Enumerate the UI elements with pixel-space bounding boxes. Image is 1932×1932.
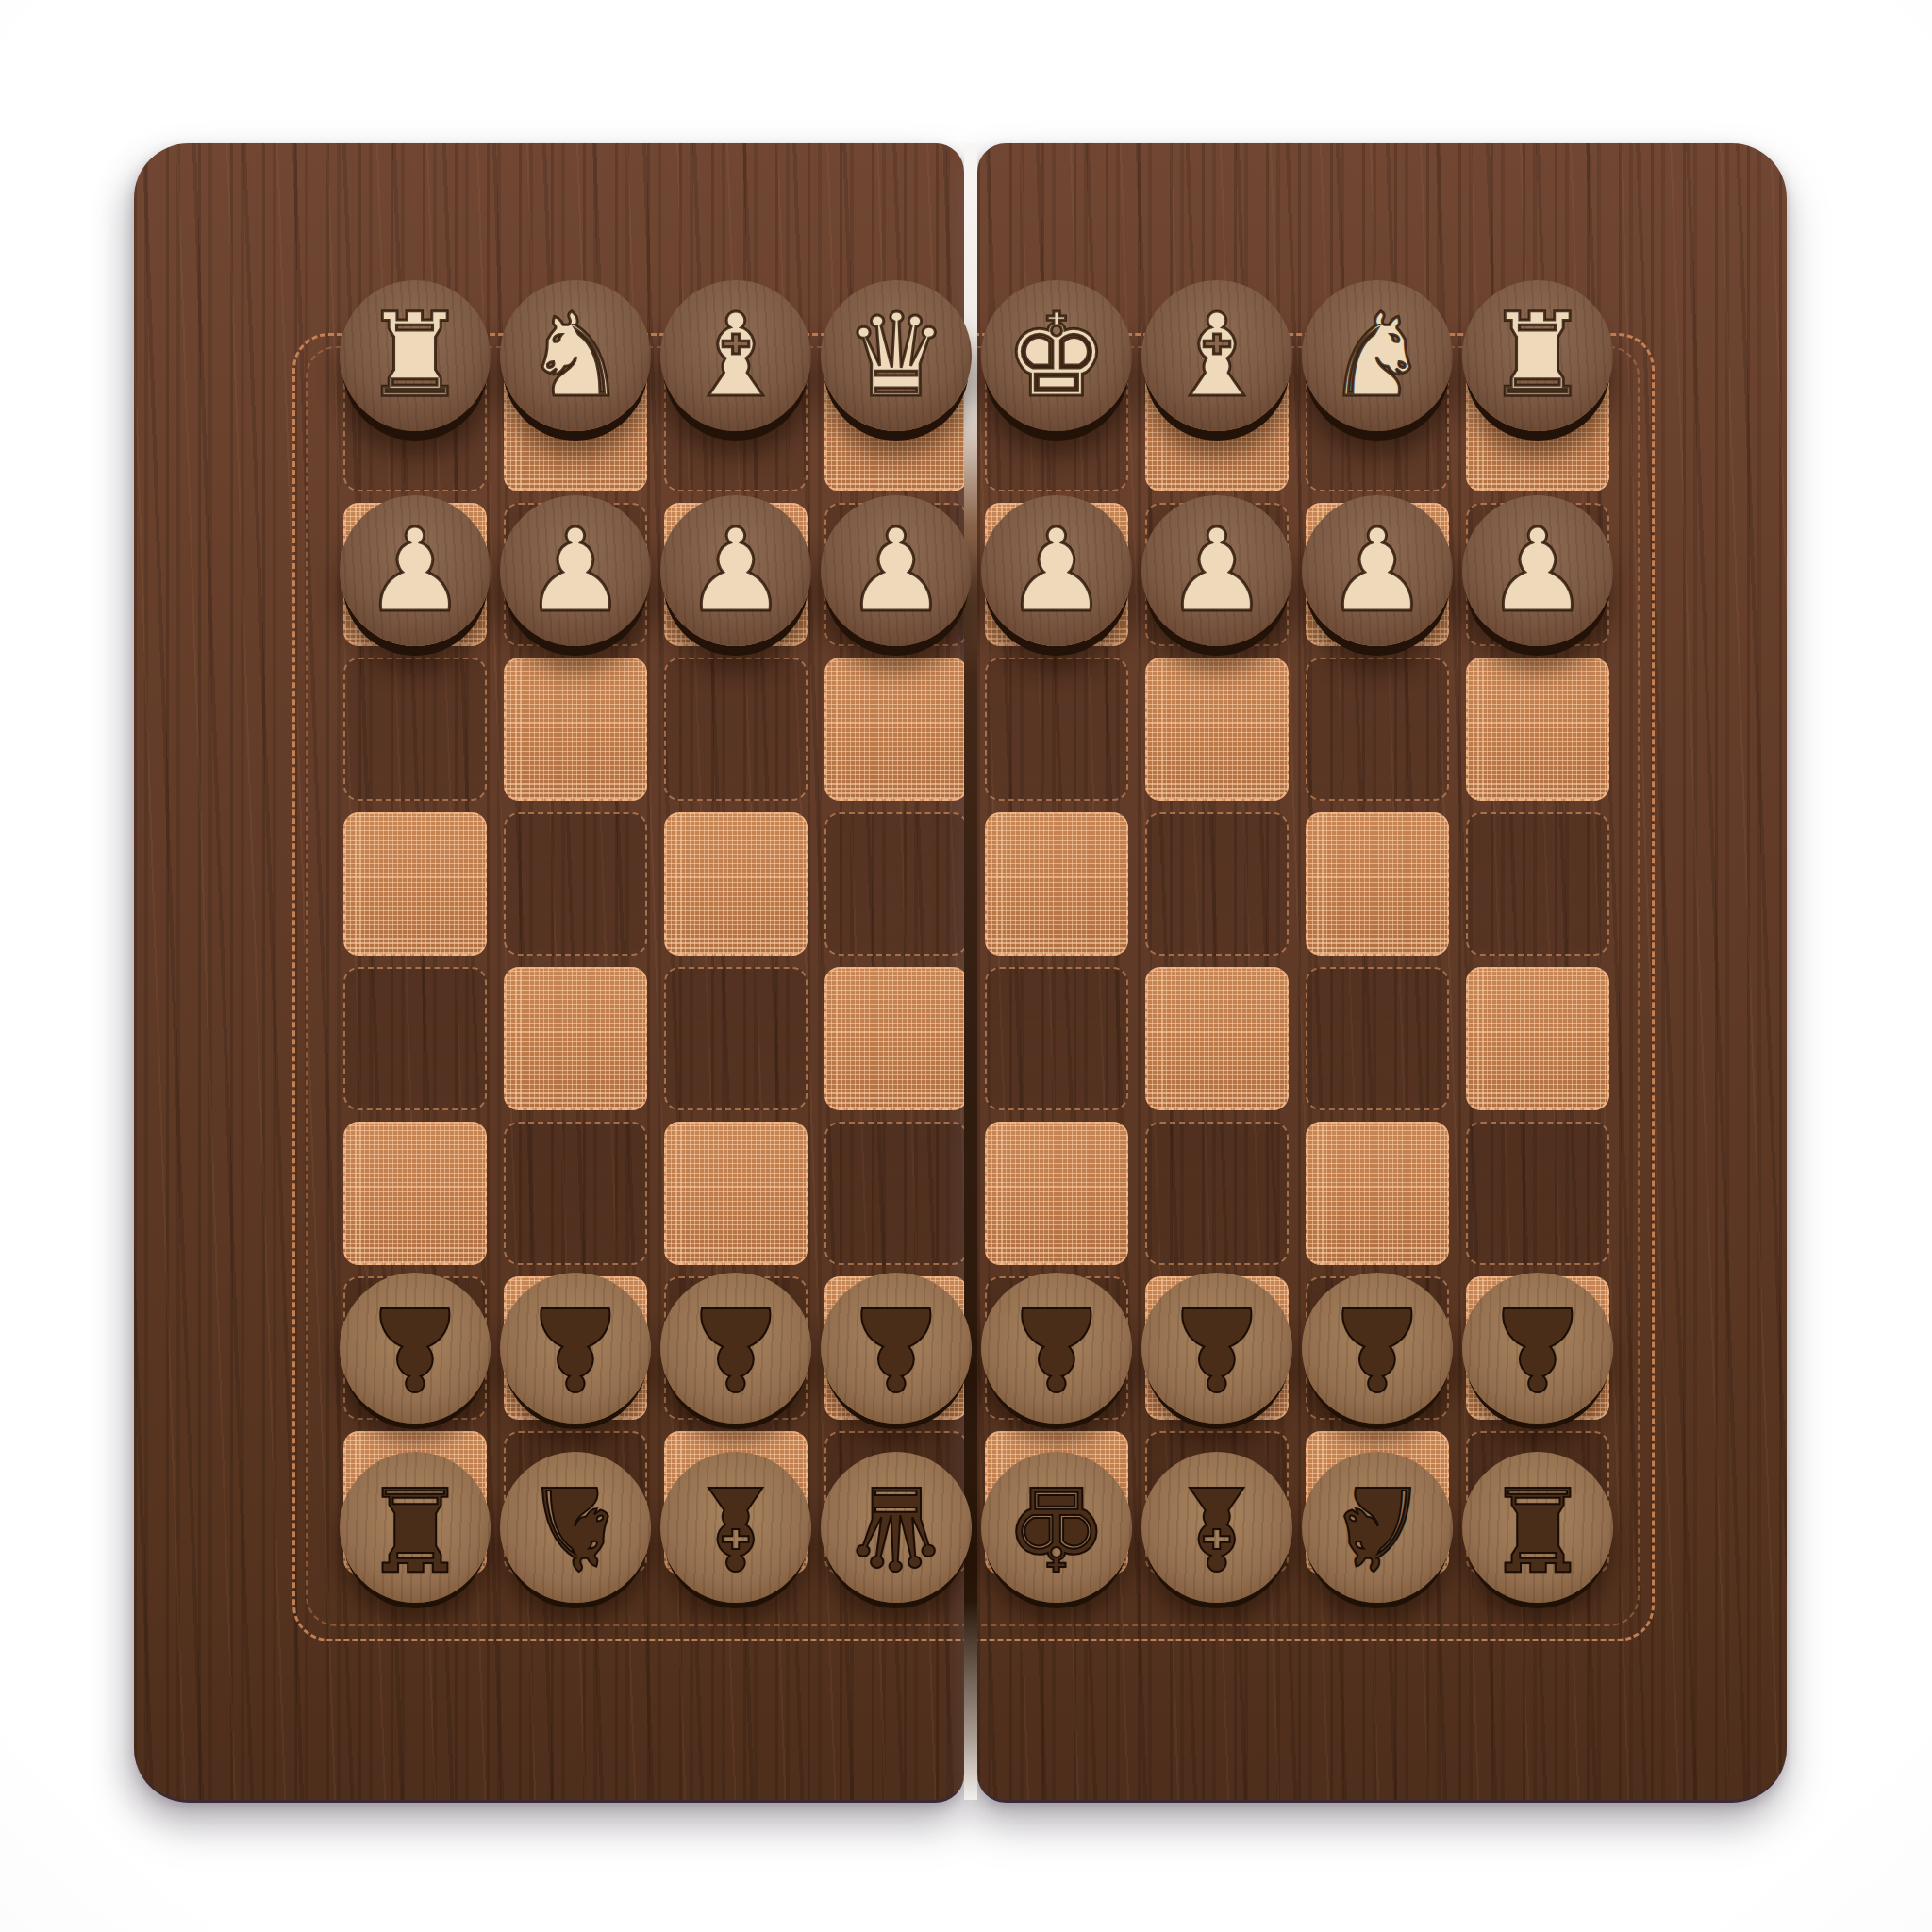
piece-white-king-e1[interactable]: ♚: [981, 280, 1132, 431]
piece-white-knight-b1[interactable]: ♞: [500, 280, 651, 431]
square-h6[interactable]: [1466, 1122, 1609, 1265]
piece-glyph: ♝: [684, 1452, 787, 1603]
piece-black-pawn-b7[interactable]: ♟: [500, 1273, 651, 1424]
square-g3[interactable]: [1306, 658, 1449, 801]
piece-black-queen-d8[interactable]: ♛: [821, 1452, 972, 1603]
piece-glyph: ♟: [1325, 1273, 1428, 1424]
piece-glyph: ♞: [524, 280, 626, 431]
piece-glyph: ♚: [1005, 1452, 1108, 1603]
square-d6[interactable]: [824, 1122, 968, 1265]
square-b6[interactable]: [504, 1122, 647, 1265]
piece-glyph: ♞: [524, 1452, 626, 1603]
piece-glyph: ♜: [363, 280, 466, 431]
piece-glyph: ♟: [684, 1273, 787, 1424]
square-a4[interactable]: [343, 812, 487, 956]
square-d3[interactable]: [824, 658, 968, 801]
square-h3[interactable]: [1466, 658, 1609, 801]
piece-glyph: ♟: [684, 495, 787, 646]
piece-black-knight-g8[interactable]: ♞: [1302, 1452, 1453, 1603]
piece-glyph: ♝: [1165, 1452, 1268, 1603]
square-c4[interactable]: [664, 812, 808, 956]
square-f6[interactable]: [1145, 1122, 1289, 1265]
piece-glyph: ♜: [1486, 1452, 1589, 1603]
piece-black-bishop-c8[interactable]: ♝: [660, 1452, 811, 1603]
piece-black-pawn-f7[interactable]: ♟: [1141, 1273, 1292, 1424]
piece-glyph: ♟: [363, 1273, 466, 1424]
square-b3[interactable]: [504, 658, 647, 801]
photo-backdrop: ♜♞♝♛♚♝♞♜♟♟♟♟♟♟♟♟♟♟♟♟♟♟♟♟♜♞♝♛♚♝♞♜: [0, 0, 1932, 1932]
piece-glyph: ♞: [1325, 1452, 1428, 1603]
piece-glyph: ♟: [363, 495, 466, 646]
square-e4[interactable]: [985, 812, 1128, 956]
piece-white-rook-h1[interactable]: ♜: [1462, 280, 1613, 431]
piece-white-knight-g1[interactable]: ♞: [1302, 280, 1453, 431]
square-h5[interactable]: [1466, 967, 1609, 1110]
piece-glyph: ♟: [1486, 1273, 1589, 1424]
square-c5[interactable]: [664, 967, 808, 1110]
piece-white-rook-a1[interactable]: ♜: [340, 280, 491, 431]
piece-glyph: ♟: [1005, 1273, 1108, 1424]
piece-glyph: ♜: [363, 1452, 466, 1603]
piece-black-pawn-d7[interactable]: ♟: [821, 1273, 972, 1424]
piece-glyph: ♟: [1165, 1273, 1268, 1424]
piece-glyph: ♟: [1486, 495, 1589, 646]
square-g4[interactable]: [1306, 812, 1449, 956]
piece-white-bishop-c1[interactable]: ♝: [660, 280, 811, 431]
square-a6[interactable]: [343, 1122, 487, 1265]
piece-glyph: ♟: [524, 495, 626, 646]
piece-glyph: ♝: [684, 280, 787, 431]
piece-black-knight-b8[interactable]: ♞: [500, 1452, 651, 1603]
piece-white-pawn-f2[interactable]: ♟: [1141, 495, 1292, 646]
square-c6[interactable]: [664, 1122, 808, 1265]
square-e5[interactable]: [985, 967, 1128, 1110]
piece-white-pawn-g2[interactable]: ♟: [1302, 495, 1453, 646]
square-f3[interactable]: [1145, 658, 1289, 801]
square-e3[interactable]: [985, 658, 1128, 801]
piece-black-rook-h8[interactable]: ♜: [1462, 1452, 1613, 1603]
piece-glyph: ♛: [844, 1452, 947, 1603]
piece-white-queen-d1[interactable]: ♛: [821, 280, 972, 431]
piece-black-pawn-e7[interactable]: ♟: [981, 1273, 1132, 1424]
piece-black-pawn-g7[interactable]: ♟: [1302, 1273, 1453, 1424]
piece-white-pawn-e2[interactable]: ♟: [981, 495, 1132, 646]
piece-black-rook-a8[interactable]: ♜: [340, 1452, 491, 1603]
square-b5[interactable]: [504, 967, 647, 1110]
piece-glyph: ♝: [1165, 280, 1268, 431]
square-h4[interactable]: [1466, 812, 1609, 956]
square-a5[interactable]: [343, 967, 487, 1110]
piece-glyph: ♟: [1005, 495, 1108, 646]
piece-black-pawn-h7[interactable]: ♟: [1462, 1273, 1613, 1424]
piece-white-pawn-d2[interactable]: ♟: [821, 495, 972, 646]
piece-glyph: ♟: [844, 495, 947, 646]
square-c3[interactable]: [664, 658, 808, 801]
piece-glyph: ♟: [1165, 495, 1268, 646]
piece-black-pawn-c7[interactable]: ♟: [660, 1273, 811, 1424]
square-b4[interactable]: [504, 812, 647, 956]
piece-glyph: ♟: [844, 1273, 947, 1424]
piece-glyph: ♛: [844, 280, 947, 431]
piece-glyph: ♜: [1486, 280, 1589, 431]
piece-white-pawn-b2[interactable]: ♟: [500, 495, 651, 646]
square-a3[interactable]: [343, 658, 487, 801]
square-f4[interactable]: [1145, 812, 1289, 956]
piece-black-pawn-a7[interactable]: ♟: [340, 1273, 491, 1424]
piece-glyph: ♟: [524, 1273, 626, 1424]
piece-glyph: ♟: [1325, 495, 1428, 646]
square-g5[interactable]: [1306, 967, 1449, 1110]
square-d4[interactable]: [824, 812, 968, 956]
piece-glyph: ♞: [1325, 280, 1428, 431]
square-e6[interactable]: [985, 1122, 1128, 1265]
square-g6[interactable]: [1306, 1122, 1449, 1265]
piece-glyph: ♚: [1005, 280, 1108, 431]
piece-black-king-e8[interactable]: ♚: [981, 1452, 1132, 1603]
piece-white-pawn-h2[interactable]: ♟: [1462, 495, 1613, 646]
piece-white-pawn-c2[interactable]: ♟: [660, 495, 811, 646]
square-d5[interactable]: [824, 967, 968, 1110]
piece-white-pawn-a2[interactable]: ♟: [340, 495, 491, 646]
piece-white-bishop-f1[interactable]: ♝: [1141, 280, 1292, 431]
piece-black-bishop-f8[interactable]: ♝: [1141, 1452, 1292, 1603]
square-f5[interactable]: [1145, 967, 1289, 1110]
